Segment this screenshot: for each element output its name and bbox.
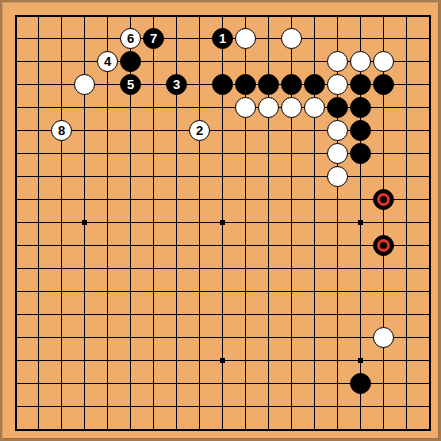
white-stone [235,28,256,49]
move-number-label: 1 [219,32,226,45]
white-stone [327,74,348,95]
white-stone [74,74,95,95]
star-point [82,220,87,225]
white-stone: 6 [120,28,141,49]
black-stone [120,51,141,72]
white-stone [327,120,348,141]
white-stone [327,143,348,164]
black-stone: 1 [212,28,233,49]
star-point [220,358,225,363]
black-stone: 3 [166,74,187,95]
grid-line-horizontal [15,337,431,338]
white-stone: 8 [51,120,72,141]
black-stone [235,74,256,95]
black-stone [258,74,279,95]
grid-line-horizontal [15,245,431,246]
move-number-label: 4 [104,55,111,68]
white-stone [235,97,256,118]
black-stone [350,143,371,164]
black-stone [373,189,394,210]
move-number-label: 6 [127,32,134,45]
white-stone [373,51,394,72]
black-stone [212,74,233,95]
black-stone [281,74,302,95]
black-stone [304,74,325,95]
star-point [358,220,363,225]
white-stone: 2 [189,120,210,141]
black-stone: 5 [120,74,141,95]
grid-line-horizontal [15,268,431,269]
grid-line-horizontal [15,406,431,407]
move-number-label: 3 [173,78,180,91]
black-stone [350,74,371,95]
black-stone [350,97,371,118]
grid-line-horizontal [15,429,431,431]
white-stone [373,327,394,348]
black-stone [373,74,394,95]
move-number-label: 8 [58,124,65,137]
black-stone [373,235,394,256]
circle-mark-icon [377,193,390,206]
circle-mark-icon [377,239,390,252]
white-stone [281,28,302,49]
black-stone [327,97,348,118]
star-point [358,358,363,363]
white-stone [258,97,279,118]
white-stone [327,51,348,72]
grid-line-vertical [429,15,431,431]
black-stone [350,120,371,141]
star-point [220,220,225,225]
white-stone [327,166,348,187]
move-number-label: 2 [196,124,203,137]
move-number-label: 5 [127,78,134,91]
grid-line-horizontal [15,291,431,292]
white-stone [304,97,325,118]
grid-line-vertical [406,15,407,431]
move-number-label: 7 [150,32,157,45]
white-stone [281,97,302,118]
black-stone: 7 [143,28,164,49]
black-stone [350,373,371,394]
go-board: 67145382 [0,0,441,441]
grid-line-horizontal [15,314,431,315]
white-stone: 4 [97,51,118,72]
white-stone [350,51,371,72]
